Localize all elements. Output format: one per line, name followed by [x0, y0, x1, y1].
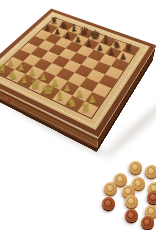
product-photo: ♜♞♝♛♚♝♞♜♟♟♟♟♟♟♟♟♟♟♟♟♟♟♟♟♜♞♝♛♚♝♞♜	[0, 0, 156, 230]
chess-board-scene: ♜♞♝♛♚♝♞♜♟♟♟♟♟♟♟♟♟♟♟♟♟♟♟♟♜♞♝♛♚♝♞♜	[4, 0, 136, 126]
piece-black-p-h7: ♟	[117, 52, 130, 60]
checker-disc-light	[114, 173, 127, 186]
checker-disc-light	[125, 195, 138, 208]
checker-disc-dark	[125, 209, 138, 222]
drawer-knob	[5, 96, 10, 102]
checker-disc-light	[145, 165, 157, 178]
chess-box: ♜♞♝♛♚♝♞♜♟♟♟♟♟♟♟♟♟♟♟♟♟♟♟♟♜♞♝♛♚♝♞♜	[0, 9, 156, 138]
checker-disc-dark	[141, 216, 154, 229]
checker-disc-light	[129, 161, 142, 174]
piece-white-r-h1: ♜	[78, 102, 93, 114]
checker-disc-light	[148, 182, 157, 195]
checker-disc-dark	[102, 197, 115, 210]
checker-disc-dark	[147, 191, 157, 204]
checker-disc-light	[145, 205, 157, 218]
checker-disc-light	[104, 182, 117, 195]
chess-box-top: ♜♞♝♛♚♝♞♜♟♟♟♟♟♟♟♟♟♟♟♟♟♟♟♟♜♞♝♛♚♝♞♜	[0, 9, 156, 138]
checker-disc-light	[122, 185, 135, 198]
checker-disc-light	[132, 177, 145, 190]
